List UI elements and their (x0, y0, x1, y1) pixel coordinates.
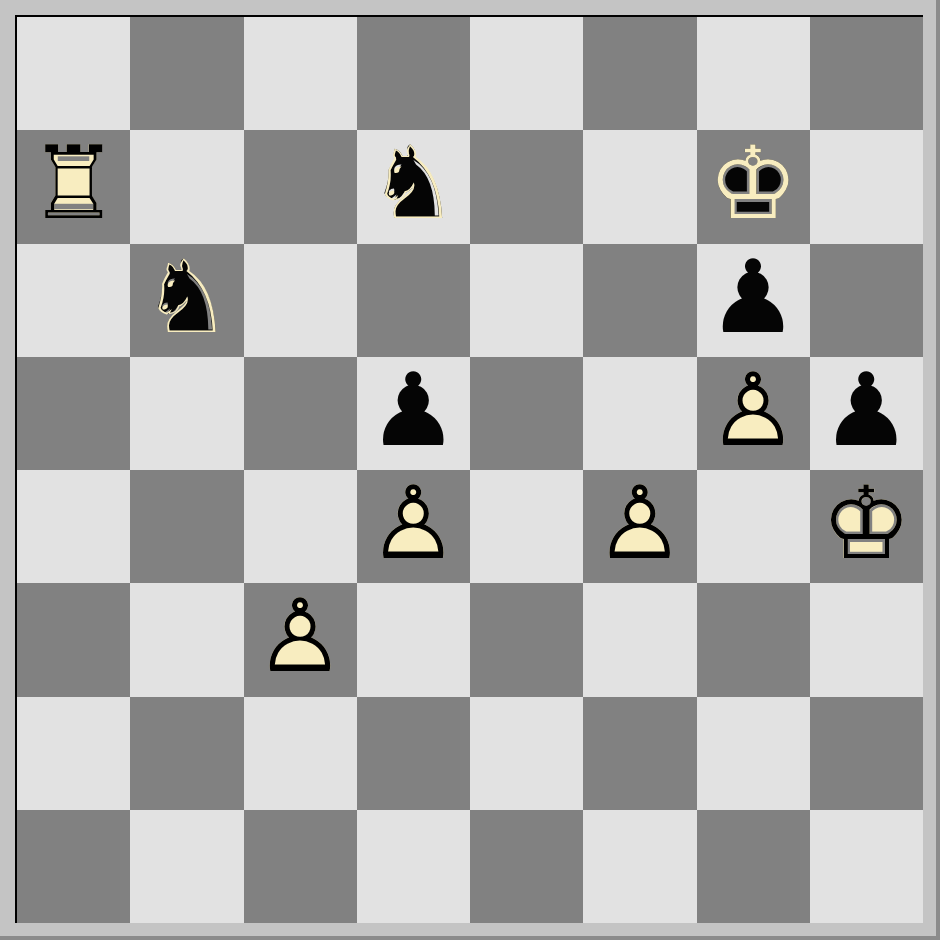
square-b1[interactable] (130, 810, 243, 923)
square-e7[interactable] (470, 130, 583, 243)
square-g1[interactable] (697, 810, 810, 923)
square-a4[interactable] (17, 470, 130, 583)
square-a3[interactable] (17, 583, 130, 696)
square-f6[interactable] (583, 244, 696, 357)
square-d5[interactable]: ♟ (357, 357, 470, 470)
square-h6[interactable] (810, 244, 923, 357)
black-pawn-h5[interactable]: ♟ (810, 357, 923, 470)
square-f7[interactable] (583, 130, 696, 243)
square-h2[interactable] (810, 697, 923, 810)
square-g5[interactable]: ♟♙ (697, 357, 810, 470)
square-a8[interactable] (17, 17, 130, 130)
square-a2[interactable] (17, 697, 130, 810)
square-b2[interactable] (130, 697, 243, 810)
square-e6[interactable] (470, 244, 583, 357)
square-c3[interactable]: ♟♙ (244, 583, 357, 696)
square-b7[interactable] (130, 130, 243, 243)
square-c7[interactable] (244, 130, 357, 243)
square-d4[interactable]: ♟♙ (357, 470, 470, 583)
square-d2[interactable] (357, 697, 470, 810)
square-h5[interactable]: ♟ (810, 357, 923, 470)
square-b5[interactable] (130, 357, 243, 470)
square-a5[interactable] (17, 357, 130, 470)
square-d1[interactable] (357, 810, 470, 923)
square-c6[interactable] (244, 244, 357, 357)
square-g6[interactable]: ♟ (697, 244, 810, 357)
square-b3[interactable] (130, 583, 243, 696)
square-d7[interactable]: ♞♘ (357, 130, 470, 243)
white-pawn-c3[interactable]: ♟♙ (244, 583, 357, 696)
square-h8[interactable] (810, 17, 923, 130)
square-a1[interactable] (17, 810, 130, 923)
square-a7[interactable]: ♜♖ (17, 130, 130, 243)
square-b4[interactable] (130, 470, 243, 583)
square-g3[interactable] (697, 583, 810, 696)
square-b6[interactable]: ♞♘ (130, 244, 243, 357)
white-rook-glyph-outline: ♖ (17, 130, 130, 243)
white-king-glyph-outline: ♔ (810, 470, 923, 583)
square-f5[interactable] (583, 357, 696, 470)
square-d6[interactable] (357, 244, 470, 357)
board-frame: ♜♖♞♘♚♔♞♘♟♟♟♙♟♟♙♟♙♚♔♟♙ (0, 0, 940, 940)
square-a6[interactable] (17, 244, 130, 357)
square-e2[interactable] (470, 697, 583, 810)
square-f8[interactable] (583, 17, 696, 130)
white-pawn-d4[interactable]: ♟♙ (357, 470, 470, 583)
white-pawn-glyph-outline: ♙ (583, 470, 696, 583)
white-king-h4[interactable]: ♚♔ (810, 470, 923, 583)
black-pawn-d5[interactable]: ♟ (357, 357, 470, 470)
square-d3[interactable] (357, 583, 470, 696)
white-pawn-g5[interactable]: ♟♙ (697, 357, 810, 470)
square-h7[interactable] (810, 130, 923, 243)
square-f2[interactable] (583, 697, 696, 810)
square-c5[interactable] (244, 357, 357, 470)
black-pawn-glyph-fill: ♟ (697, 244, 810, 357)
square-c8[interactable] (244, 17, 357, 130)
black-pawn-glyph-fill: ♟ (810, 357, 923, 470)
square-g2[interactable] (697, 697, 810, 810)
black-knight-glyph-outline: ♘ (357, 130, 470, 243)
square-g7[interactable]: ♚♔ (697, 130, 810, 243)
square-e5[interactable] (470, 357, 583, 470)
square-e1[interactable] (470, 810, 583, 923)
square-c4[interactable] (244, 470, 357, 583)
black-king-g7[interactable]: ♚♔ (697, 130, 810, 243)
black-pawn-glyph-fill: ♟ (357, 357, 470, 470)
black-knight-d7[interactable]: ♞♘ (357, 130, 470, 243)
square-f4[interactable]: ♟♙ (583, 470, 696, 583)
square-f3[interactable] (583, 583, 696, 696)
white-pawn-f4[interactable]: ♟♙ (583, 470, 696, 583)
square-e3[interactable] (470, 583, 583, 696)
white-pawn-glyph-outline: ♙ (357, 470, 470, 583)
white-pawn-glyph-outline: ♙ (697, 357, 810, 470)
black-king-glyph-outline: ♔ (697, 130, 810, 243)
square-h4[interactable]: ♚♔ (810, 470, 923, 583)
square-h3[interactable] (810, 583, 923, 696)
white-pawn-glyph-outline: ♙ (244, 583, 357, 696)
square-g8[interactable] (697, 17, 810, 130)
square-d8[interactable] (357, 17, 470, 130)
chess-board: ♜♖♞♘♚♔♞♘♟♟♟♙♟♟♙♟♙♚♔♟♙ (15, 15, 923, 923)
white-rook-a7[interactable]: ♜♖ (17, 130, 130, 243)
black-pawn-g6[interactable]: ♟ (697, 244, 810, 357)
square-g4[interactable] (697, 470, 810, 583)
black-knight-b6[interactable]: ♞♘ (130, 244, 243, 357)
square-b8[interactable] (130, 17, 243, 130)
square-e8[interactable] (470, 17, 583, 130)
square-h1[interactable] (810, 810, 923, 923)
square-f1[interactable] (583, 810, 696, 923)
black-knight-glyph-outline: ♘ (130, 244, 243, 357)
square-c2[interactable] (244, 697, 357, 810)
square-c1[interactable] (244, 810, 357, 923)
square-e4[interactable] (470, 470, 583, 583)
